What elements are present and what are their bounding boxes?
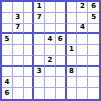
cell-r7c8[interactable] [77,67,88,78]
cell-r8c4[interactable] [34,77,45,88]
cell-r5c9[interactable] [88,45,99,56]
cell-r2c1[interactable] [2,13,13,24]
cell-r1c1[interactable] [2,2,13,13]
cell-r6c8[interactable] [77,56,88,67]
cell-r3c3[interactable] [24,24,35,35]
cell-r9c4[interactable] [34,88,45,99]
cell-r6c4[interactable] [34,56,45,67]
cell-r9c9[interactable] [88,88,99,99]
cell-r9c7[interactable] [67,88,78,99]
cell-r4c7[interactable] [67,34,78,45]
cell-r4c2[interactable] [13,34,24,45]
cell-r1c2[interactable] [13,2,24,13]
sudoku-board: 12637574546123846 [0,0,101,101]
cell-r1c5[interactable] [45,2,56,13]
cell-r3c9[interactable] [88,24,99,35]
cell-r6c2[interactable] [13,56,24,67]
cell-r3c5[interactable] [45,24,56,35]
cell-r3c8[interactable]: 4 [77,24,88,35]
cell-r7c3[interactable] [24,67,35,78]
cell-r6c7[interactable] [67,56,78,67]
cell-r5c3[interactable] [24,45,35,56]
cell-r7c1[interactable] [2,67,13,78]
cell-r8c6[interactable] [56,77,67,88]
cell-r8c9[interactable] [88,77,99,88]
cell-r1c4[interactable]: 1 [34,2,45,13]
cell-r9c3[interactable] [24,88,35,99]
cell-r2c5[interactable] [45,13,56,24]
cell-r5c6[interactable] [56,45,67,56]
cell-r8c5[interactable] [45,77,56,88]
cell-r9c1[interactable]: 6 [2,88,13,99]
cell-r5c2[interactable] [13,45,24,56]
cell-r2c9[interactable]: 5 [88,13,99,24]
cell-r6c3[interactable] [24,56,35,67]
cell-r7c7[interactable]: 8 [67,67,78,78]
cell-r4c6[interactable]: 6 [56,34,67,45]
cell-r3c6[interactable] [56,24,67,35]
cell-r6c9[interactable] [88,56,99,67]
cell-r3c4[interactable] [34,24,45,35]
cell-r1c8[interactable]: 2 [77,2,88,13]
cell-r7c2[interactable] [13,67,24,78]
cell-r8c3[interactable] [24,77,35,88]
cell-r1c9[interactable]: 6 [88,2,99,13]
cell-r4c5[interactable]: 4 [45,34,56,45]
cell-r7c5[interactable] [45,67,56,78]
cell-r5c7[interactable]: 1 [67,45,78,56]
cell-r4c4[interactable] [34,34,45,45]
cell-r4c1[interactable]: 5 [2,34,13,45]
cell-r9c8[interactable] [77,88,88,99]
cell-r2c8[interactable] [77,13,88,24]
cell-r8c8[interactable] [77,77,88,88]
cell-r7c9[interactable] [88,67,99,78]
cell-r2c6[interactable] [56,13,67,24]
cell-r8c7[interactable] [67,77,78,88]
cell-r5c4[interactable] [34,45,45,56]
cell-r5c5[interactable] [45,45,56,56]
cell-r6c6[interactable] [56,56,67,67]
cell-r5c1[interactable] [2,45,13,56]
cell-r7c4[interactable]: 3 [34,67,45,78]
cell-r6c1[interactable] [2,56,13,67]
cell-r1c6[interactable] [56,2,67,13]
cell-r5c8[interactable] [77,45,88,56]
cell-r3c2[interactable]: 7 [13,24,24,35]
cell-r4c9[interactable] [88,34,99,45]
cell-r3c1[interactable] [2,24,13,35]
cell-r4c8[interactable] [77,34,88,45]
cell-r1c3[interactable] [24,2,35,13]
cell-r9c5[interactable] [45,88,56,99]
cell-r7c6[interactable] [56,67,67,78]
cell-r3c7[interactable] [67,24,78,35]
cell-r2c3[interactable] [24,13,35,24]
cell-r8c2[interactable] [13,77,24,88]
cell-r2c4[interactable]: 7 [34,13,45,24]
cell-r8c1[interactable]: 4 [2,77,13,88]
cell-r6c5[interactable]: 2 [45,56,56,67]
cell-r2c7[interactable] [67,13,78,24]
cell-r9c6[interactable] [56,88,67,99]
cell-r9c2[interactable] [13,88,24,99]
cell-r2c2[interactable]: 3 [13,13,24,24]
cell-r1c7[interactable] [67,2,78,13]
cell-r4c3[interactable] [24,34,35,45]
